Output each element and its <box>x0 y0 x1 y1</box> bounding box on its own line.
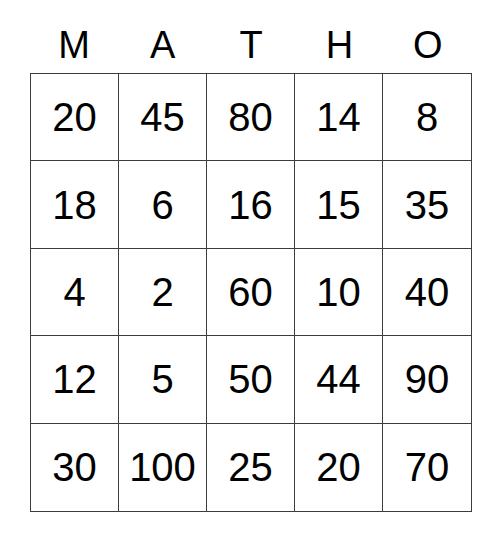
cell-r1c3[interactable]: 80 <box>207 74 295 161</box>
cell-r2c3[interactable]: 16 <box>207 161 295 248</box>
cell-r1c1[interactable]: 20 <box>31 74 119 161</box>
header-letter-o: O <box>384 26 472 73</box>
cell-r5c2[interactable]: 100 <box>119 424 207 511</box>
cell-r4c3[interactable]: 50 <box>207 336 295 423</box>
cell-r5c4[interactable]: 20 <box>295 424 383 511</box>
cell-r2c2[interactable]: 6 <box>119 161 207 248</box>
cell-r5c1[interactable]: 30 <box>31 424 119 511</box>
cell-r5c3[interactable]: 25 <box>207 424 295 511</box>
cell-r2c1[interactable]: 18 <box>31 161 119 248</box>
cell-r3c3[interactable]: 60 <box>207 249 295 336</box>
cell-r1c2[interactable]: 45 <box>119 74 207 161</box>
header-letter-h: H <box>295 26 383 73</box>
header-letters-row: M A T H O <box>30 0 472 73</box>
cell-r1c5[interactable]: 8 <box>383 74 471 161</box>
cell-r3c4[interactable]: 10 <box>295 249 383 336</box>
matho-card: M A T H O 20 45 80 14 8 18 6 16 15 35 4 … <box>30 0 472 512</box>
header-letter-m: M <box>30 26 118 73</box>
cell-r2c4[interactable]: 15 <box>295 161 383 248</box>
bingo-board: 20 45 80 14 8 18 6 16 15 35 4 2 60 10 40… <box>30 73 472 512</box>
cell-r3c5[interactable]: 40 <box>383 249 471 336</box>
cell-r3c1[interactable]: 4 <box>31 249 119 336</box>
cell-r4c1[interactable]: 12 <box>31 336 119 423</box>
cell-r4c4[interactable]: 44 <box>295 336 383 423</box>
header-letter-a: A <box>118 26 206 73</box>
cell-r3c2[interactable]: 2 <box>119 249 207 336</box>
cell-r4c5[interactable]: 90 <box>383 336 471 423</box>
cell-r4c2[interactable]: 5 <box>119 336 207 423</box>
cell-r2c5[interactable]: 35 <box>383 161 471 248</box>
cell-r1c4[interactable]: 14 <box>295 74 383 161</box>
header-letter-t: T <box>207 26 295 73</box>
cell-r5c5[interactable]: 70 <box>383 424 471 511</box>
